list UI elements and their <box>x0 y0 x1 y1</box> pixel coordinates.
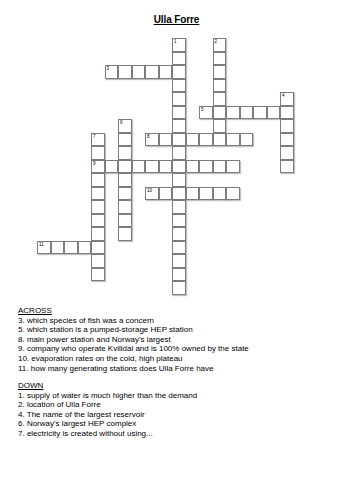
cell-r7c19[interactable] <box>280 119 294 133</box>
cell-r3c9[interactable] <box>145 65 159 79</box>
cell-r11c11[interactable] <box>172 173 186 187</box>
cell-r5c14[interactable] <box>213 92 227 106</box>
cell-r18c11[interactable] <box>172 268 186 282</box>
clue-number: 1 <box>174 39 177 44</box>
down-clue-7: 7. electricity is created without using.… <box>18 429 338 439</box>
cell-r12c5[interactable] <box>91 187 105 201</box>
cell-r10c6[interactable] <box>105 160 119 174</box>
cell-r17c5[interactable] <box>91 254 105 268</box>
cell-r3c8[interactable] <box>132 65 146 79</box>
clue-number: 11 <box>39 242 44 247</box>
cell-r10c14[interactable] <box>213 160 227 174</box>
across-clue-3: 3. which species of fish was a concern <box>18 316 338 326</box>
cell-r8c5[interactable]: 7 <box>91 133 105 147</box>
cell-r11c7[interactable] <box>118 173 132 187</box>
cell-r10c12[interactable] <box>186 160 200 174</box>
cell-r8c7[interactable] <box>118 133 132 147</box>
cell-r14c7[interactable] <box>118 214 132 228</box>
down-clue-2: 2. location of Ulla Forre <box>18 400 338 410</box>
cell-r10c9[interactable] <box>145 160 159 174</box>
cell-r6c18[interactable] <box>267 106 281 120</box>
cell-r8c14[interactable] <box>213 133 227 147</box>
cell-r10c7[interactable] <box>118 160 132 174</box>
cell-r3c11[interactable] <box>172 65 186 79</box>
cell-r12c15[interactable] <box>226 187 240 201</box>
cell-r8c9[interactable]: 8 <box>145 133 159 147</box>
cell-r18c5[interactable] <box>91 268 105 282</box>
cell-r12c9[interactable]: 10 <box>145 187 159 201</box>
cell-r15c11[interactable] <box>172 227 186 241</box>
cell-r1c11[interactable]: 1 <box>172 38 186 52</box>
cell-r9c11[interactable] <box>172 146 186 160</box>
cell-r16c3[interactable] <box>64 241 78 255</box>
cell-r2c14[interactable] <box>213 52 227 66</box>
across-clues-section: ACROSS 3. which species of fish was a co… <box>18 306 338 373</box>
cell-r6c11[interactable] <box>172 106 186 120</box>
clue-number: 8 <box>147 134 150 139</box>
cell-r10c11[interactable] <box>172 160 186 174</box>
cell-r13c7[interactable] <box>118 200 132 214</box>
cell-r10c15[interactable] <box>226 160 240 174</box>
cell-r3c7[interactable] <box>118 65 132 79</box>
cell-r6c13[interactable]: 5 <box>199 106 213 120</box>
cell-r10c8[interactable] <box>132 160 146 174</box>
cell-r14c11[interactable] <box>172 214 186 228</box>
cell-r6c14[interactable] <box>213 106 227 120</box>
puzzle-title: Ulla Forre <box>0 14 353 25</box>
cell-r15c5[interactable] <box>91 227 105 241</box>
cell-r16c2[interactable] <box>51 241 65 255</box>
across-clue-5: 5. which station is a pumped-storage HEP… <box>18 325 338 335</box>
cell-r8c12[interactable] <box>186 133 200 147</box>
cell-r8c16[interactable] <box>240 133 254 147</box>
cell-r12c13[interactable] <box>199 187 213 201</box>
cell-r8c11[interactable] <box>172 133 186 147</box>
down-clue-list: 1. supply of water is much higher than t… <box>18 391 338 439</box>
cell-r16c1[interactable]: 11 <box>37 241 51 255</box>
cell-r9c5[interactable] <box>91 146 105 160</box>
cell-r16c4[interactable] <box>78 241 92 255</box>
across-clue-11: 11. how many generating stations does Ul… <box>18 364 338 374</box>
cell-r8c19[interactable] <box>280 133 294 147</box>
cell-r5c11[interactable] <box>172 92 186 106</box>
cell-r6c15[interactable] <box>226 106 240 120</box>
cell-r3c10[interactable] <box>159 65 173 79</box>
cell-r13c5[interactable] <box>91 200 105 214</box>
cell-r12c10[interactable] <box>159 187 173 201</box>
cell-r16c5[interactable] <box>91 241 105 255</box>
clue-number: 9 <box>93 161 96 166</box>
cell-r8c10[interactable] <box>159 133 173 147</box>
cell-r10c19[interactable] <box>280 160 294 174</box>
clue-number: 2 <box>215 39 218 44</box>
cell-r6c16[interactable] <box>240 106 254 120</box>
cell-r8c13[interactable] <box>199 133 213 147</box>
across-clue-list: 3. which species of fish was a concern5.… <box>18 316 338 374</box>
down-clue-1: 1. supply of water is much higher than t… <box>18 391 338 401</box>
across-clue-9: 9. company who operate Kvilldal and is 1… <box>18 344 338 354</box>
down-clue-4: 4. The name of the largest reservoir <box>18 410 338 420</box>
across-heading: ACROSS <box>18 306 338 316</box>
down-clues-section: DOWN 1. supply of water is much higher t… <box>18 381 338 439</box>
cell-r2c11[interactable] <box>172 52 186 66</box>
cell-r12c7[interactable] <box>118 187 132 201</box>
cell-r8c15[interactable] <box>226 133 240 147</box>
clue-number: 10 <box>147 188 152 193</box>
cell-r3c14[interactable] <box>213 65 227 79</box>
across-clue-8: 8. main power station and Norway's large… <box>18 335 338 345</box>
cell-r19c11[interactable] <box>172 281 186 295</box>
cell-r7c7[interactable]: 6 <box>118 119 132 133</box>
crossword-page: Ulla Forre 1234567891011 ACROSS 3. which… <box>0 0 353 500</box>
cell-r14c5[interactable] <box>91 214 105 228</box>
cell-r13c11[interactable] <box>172 200 186 214</box>
cell-r9c7[interactable] <box>118 146 132 160</box>
cell-r5c19[interactable]: 4 <box>280 92 294 106</box>
cell-r10c5[interactable]: 9 <box>91 160 105 174</box>
clue-number: 4 <box>282 93 285 98</box>
crossword-grid: 1234567891011 <box>37 38 294 295</box>
cell-r12c12[interactable] <box>186 187 200 201</box>
cell-r16c11[interactable] <box>172 241 186 255</box>
clue-number: 6 <box>120 120 123 125</box>
cell-r1c14[interactable]: 2 <box>213 38 227 52</box>
cell-r4c11[interactable] <box>172 79 186 93</box>
cell-r12c11[interactable] <box>172 187 186 201</box>
cell-r3c6[interactable]: 3 <box>105 65 119 79</box>
cell-r6c19[interactable] <box>280 106 294 120</box>
across-clue-10: 10. evaporation rates on the cold, high … <box>18 354 338 364</box>
cell-r10c13[interactable] <box>199 160 213 174</box>
cell-r7c14[interactable] <box>213 119 227 133</box>
cell-r4c14[interactable] <box>213 79 227 93</box>
cell-r12c14[interactable] <box>213 187 227 201</box>
cell-r15c7[interactable] <box>118 227 132 241</box>
cell-r6c17[interactable] <box>253 106 267 120</box>
cell-r17c11[interactable] <box>172 254 186 268</box>
cell-r9c19[interactable] <box>280 146 294 160</box>
down-heading: DOWN <box>18 381 338 391</box>
cell-r7c11[interactable] <box>172 119 186 133</box>
clue-number: 3 <box>107 66 110 71</box>
cell-r10c10[interactable] <box>159 160 173 174</box>
down-clue-6: 6. Norway's largest HEP complex <box>18 419 338 429</box>
cell-r11c5[interactable] <box>91 173 105 187</box>
clue-number: 7 <box>93 134 96 139</box>
clue-number: 5 <box>201 107 204 112</box>
